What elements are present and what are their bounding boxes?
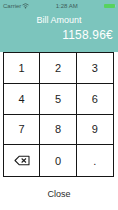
page-title: Bill Amount [0, 15, 118, 25]
clock: 1:28 AM [56, 3, 78, 9]
app-screen: Carrier 1:28 AM Bill Amount 1158.96€ 1 2… [0, 0, 118, 210]
header: Carrier 1:28 AM Bill Amount 1158.96€ [0, 0, 118, 52]
backspace-key[interactable] [4, 145, 40, 176]
carrier-group: Carrier [3, 3, 29, 9]
key-6[interactable]: 6 [77, 84, 113, 115]
status-bar: Carrier 1:28 AM [0, 0, 118, 10]
key-3[interactable]: 3 [77, 53, 113, 84]
numeric-keypad: 1 2 3 4 5 6 7 8 9 0 . [3, 52, 114, 177]
close-button[interactable]: Close [41, 187, 76, 201]
key-1[interactable]: 1 [4, 53, 40, 84]
key-0[interactable]: 0 [40, 145, 76, 176]
battery-icon [104, 4, 115, 9]
wifi-icon [22, 3, 29, 9]
key-decimal[interactable]: . [77, 145, 113, 176]
key-4[interactable]: 4 [4, 84, 40, 115]
backspace-icon [14, 155, 30, 166]
key-8[interactable]: 8 [40, 115, 76, 146]
bill-amount-value: 1158.96€ [0, 29, 118, 42]
key-5[interactable]: 5 [40, 84, 76, 115]
key-7[interactable]: 7 [4, 115, 40, 146]
key-9[interactable]: 9 [77, 115, 113, 146]
footer: Close [0, 177, 118, 210]
key-2[interactable]: 2 [40, 53, 76, 84]
carrier-label: Carrier [3, 3, 21, 9]
